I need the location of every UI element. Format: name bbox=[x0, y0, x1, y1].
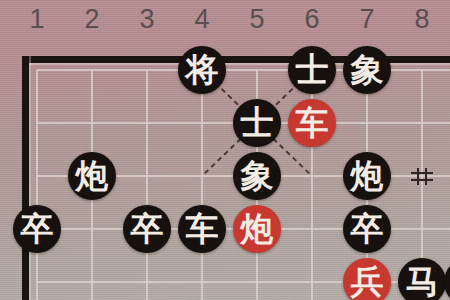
piece-black-soldier[interactable]: 卒 bbox=[343, 205, 391, 253]
board-grid bbox=[0, 0, 450, 300]
hash-marker-icon bbox=[409, 165, 435, 187]
piece-black-general[interactable]: 将 bbox=[178, 46, 226, 94]
piece-black-soldier[interactable]: 卒 bbox=[123, 205, 171, 253]
piece-red-cannon[interactable]: 炮 bbox=[233, 205, 281, 253]
piece-black-advisor[interactable]: 士 bbox=[233, 99, 281, 147]
piece-black-horse[interactable]: 马 bbox=[398, 258, 446, 300]
piece-black-elephant[interactable]: 象 bbox=[233, 152, 281, 200]
piece-black-soldier[interactable]: 卒 bbox=[13, 205, 61, 253]
piece-black-cannon[interactable]: 炮 bbox=[343, 152, 391, 200]
piece-red-chariot[interactable]: 车 bbox=[288, 99, 336, 147]
piece-red-soldier[interactable]: 兵 bbox=[343, 258, 391, 300]
piece-black-chariot[interactable]: 车 bbox=[178, 205, 226, 253]
piece-black-advisor[interactable]: 士 bbox=[288, 46, 336, 94]
piece-black-cannon[interactable]: 炮 bbox=[68, 152, 116, 200]
last-move-marker bbox=[409, 165, 435, 187]
xiangqi-app-screenshot: 12345678 将士象士车炮象炮卒卒车炮卒兵马 bbox=[0, 0, 450, 300]
piece-black-elephant[interactable]: 象 bbox=[343, 46, 391, 94]
